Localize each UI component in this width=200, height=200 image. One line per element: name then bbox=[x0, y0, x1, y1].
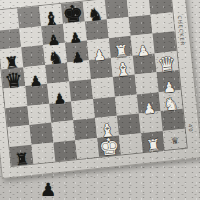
square-c1 bbox=[53, 140, 77, 162]
square-a3 bbox=[5, 106, 29, 128]
square-f5: ♝ bbox=[111, 55, 135, 77]
square-f7 bbox=[107, 16, 131, 38]
square-e5 bbox=[89, 58, 113, 80]
square-d1 bbox=[75, 137, 99, 159]
square-e4 bbox=[91, 77, 115, 99]
square-a1: ♜ bbox=[10, 144, 34, 166]
square-e2: ♝ bbox=[95, 116, 119, 138]
square-c2 bbox=[51, 120, 75, 142]
square-a7 bbox=[0, 28, 21, 50]
square-g1: ♜ bbox=[141, 130, 165, 152]
square-c4: ♟ bbox=[47, 82, 71, 104]
white-rook: ♜ bbox=[145, 137, 161, 154]
square-h5: ♛ bbox=[155, 51, 179, 73]
square-a4 bbox=[3, 86, 27, 108]
square-e1: ♚ bbox=[97, 135, 121, 157]
square-g6: ♟ bbox=[131, 34, 155, 56]
frame-number-text: 40 bbox=[187, 123, 194, 132]
square-f1 bbox=[119, 133, 143, 155]
square-b5: ♟ bbox=[23, 64, 47, 86]
corner-crown-logo-icon: ♛ bbox=[170, 136, 179, 146]
chess-board: ♝♚♞♟♟♜♞♟♟♜♟♛♟♝♛♟♟♟♞♝♜♚♜♛ CHECKER 40 bbox=[0, 0, 200, 179]
square-g2 bbox=[139, 111, 163, 133]
square-c3 bbox=[49, 101, 73, 123]
white-king: ♚ bbox=[98, 135, 121, 160]
square-e6: ♟ bbox=[87, 38, 111, 60]
black-rook: ♜ bbox=[14, 151, 30, 168]
square-h4: ♟ bbox=[157, 70, 181, 92]
frame-brand-text: CHECKER bbox=[177, 15, 186, 46]
square-c8: ♝ bbox=[39, 4, 63, 26]
square-d3 bbox=[71, 99, 95, 121]
square-h6 bbox=[153, 31, 177, 53]
captured-black-pawn: ♟ bbox=[40, 181, 56, 199]
square-f3 bbox=[115, 94, 139, 116]
square-c5 bbox=[45, 62, 69, 84]
square-b2 bbox=[29, 123, 53, 145]
square-d2 bbox=[73, 118, 97, 140]
photo-stage: ♝♚♞♟♟♜♞♟♟♜♟♛♟♝♛♟♟♟♞♝♜♚♜♛ CHECKER 40 ♟ bbox=[0, 0, 200, 200]
square-g3: ♟ bbox=[137, 92, 161, 114]
square-h3: ♞ bbox=[159, 89, 183, 111]
square-c7: ♟ bbox=[41, 23, 65, 45]
square-d8: ♚ bbox=[61, 2, 85, 24]
square-f4 bbox=[113, 75, 137, 97]
square-f6: ♜ bbox=[109, 36, 133, 58]
square-c6: ♞ bbox=[43, 43, 67, 65]
square-d7: ♟ bbox=[63, 21, 87, 43]
square-b8 bbox=[17, 6, 41, 28]
square-a8 bbox=[0, 9, 19, 31]
square-b3 bbox=[27, 103, 51, 125]
square-e7 bbox=[85, 19, 109, 41]
square-b6 bbox=[21, 45, 45, 67]
square-d4 bbox=[69, 79, 93, 101]
square-b7 bbox=[19, 26, 43, 48]
square-a2 bbox=[8, 125, 32, 147]
square-b1 bbox=[31, 142, 55, 164]
square-d6: ♟ bbox=[65, 40, 89, 62]
square-d5 bbox=[67, 60, 91, 82]
square-h7 bbox=[150, 12, 174, 34]
square-g5 bbox=[133, 53, 157, 75]
square-a5: ♛ bbox=[1, 67, 25, 89]
square-f2 bbox=[117, 113, 141, 135]
square-h1: ♛ bbox=[163, 128, 187, 150]
square-e3 bbox=[93, 96, 117, 118]
square-b4 bbox=[25, 84, 49, 106]
square-e8: ♞ bbox=[83, 0, 107, 21]
square-g7 bbox=[129, 14, 153, 36]
square-g4 bbox=[135, 72, 159, 94]
square-h2 bbox=[161, 109, 185, 131]
board-grid: ♝♚♞♟♟♜♞♟♟♜♟♛♟♝♛♟♟♟♞♝♜♚♜♛ bbox=[0, 0, 187, 166]
square-a6: ♜ bbox=[0, 47, 23, 69]
